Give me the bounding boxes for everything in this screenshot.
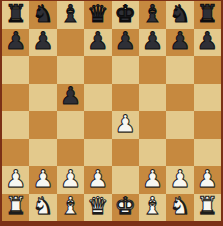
- white-pawn-icon: ♟: [5, 167, 27, 191]
- white-pawn-icon: ♟: [87, 167, 109, 191]
- square-e6[interactable]: [112, 56, 139, 84]
- white-pawn-icon: ♟: [114, 112, 136, 136]
- square-f7[interactable]: ♟: [139, 29, 166, 57]
- chess-board: ♜♞♝♛♚♝♞♜♟♟♟♟♟♟♟♟♟♟♟♟♟♟♟♟♜♞♝♛♚♝♞♜: [2, 1, 221, 221]
- square-e8[interactable]: ♚: [112, 1, 139, 29]
- white-knight-icon: ♞: [169, 194, 191, 218]
- white-rook-icon: ♜: [197, 194, 219, 218]
- square-c8[interactable]: ♝: [57, 1, 84, 29]
- square-c5[interactable]: ♟: [57, 84, 84, 112]
- square-g2[interactable]: ♟: [166, 166, 193, 194]
- white-queen-icon: ♛: [87, 194, 109, 218]
- black-bishop-icon: ♝: [142, 2, 164, 26]
- square-a5[interactable]: [2, 84, 29, 112]
- chess-app-window: ♜♞♝♛♚♝♞♜♟♟♟♟♟♟♟♟♟♟♟♟♟♟♟♟♜♞♝♛♚♝♞♜: [0, 0, 223, 226]
- square-h4[interactable]: [194, 111, 221, 139]
- square-b1[interactable]: ♞: [29, 194, 56, 222]
- square-e5[interactable]: [112, 84, 139, 112]
- square-d5[interactable]: [84, 84, 111, 112]
- black-pawn-icon: ♟: [169, 29, 191, 53]
- black-pawn-icon: ♟: [60, 84, 82, 108]
- square-a3[interactable]: [2, 139, 29, 167]
- square-g3[interactable]: [166, 139, 193, 167]
- black-pawn-icon: ♟: [142, 29, 164, 53]
- square-h8[interactable]: ♜: [194, 1, 221, 29]
- white-bishop-icon: ♝: [142, 194, 164, 218]
- square-b2[interactable]: ♟: [29, 166, 56, 194]
- black-pawn-icon: ♟: [32, 29, 54, 53]
- square-e2[interactable]: [112, 166, 139, 194]
- square-g7[interactable]: ♟: [166, 29, 193, 57]
- square-g1[interactable]: ♞: [166, 194, 193, 222]
- white-pawn-icon: ♟: [142, 167, 164, 191]
- white-pawn-icon: ♟: [60, 167, 82, 191]
- square-e7[interactable]: ♟: [112, 29, 139, 57]
- square-g6[interactable]: [166, 56, 193, 84]
- square-e4[interactable]: ♟: [112, 111, 139, 139]
- square-b8[interactable]: ♞: [29, 1, 56, 29]
- square-d7[interactable]: ♟: [84, 29, 111, 57]
- black-pawn-icon: ♟: [87, 29, 109, 53]
- square-f8[interactable]: ♝: [139, 1, 166, 29]
- square-f5[interactable]: [139, 84, 166, 112]
- square-g8[interactable]: ♞: [166, 1, 193, 29]
- square-e3[interactable]: [112, 139, 139, 167]
- square-d4[interactable]: [84, 111, 111, 139]
- square-d3[interactable]: [84, 139, 111, 167]
- square-b6[interactable]: [29, 56, 56, 84]
- black-pawn-icon: ♟: [197, 29, 219, 53]
- square-b3[interactable]: [29, 139, 56, 167]
- white-pawn-icon: ♟: [169, 167, 191, 191]
- square-c6[interactable]: [57, 56, 84, 84]
- square-h2[interactable]: ♟: [194, 166, 221, 194]
- square-g5[interactable]: [166, 84, 193, 112]
- square-f2[interactable]: ♟: [139, 166, 166, 194]
- square-d2[interactable]: ♟: [84, 166, 111, 194]
- square-g4[interactable]: [166, 111, 193, 139]
- square-b7[interactable]: ♟: [29, 29, 56, 57]
- square-d1[interactable]: ♛: [84, 194, 111, 222]
- square-a1[interactable]: ♜: [2, 194, 29, 222]
- black-knight-icon: ♞: [169, 2, 191, 26]
- square-c3[interactable]: [57, 139, 84, 167]
- square-h5[interactable]: [194, 84, 221, 112]
- black-bishop-icon: ♝: [60, 2, 82, 26]
- square-d6[interactable]: [84, 56, 111, 84]
- black-queen-icon: ♛: [87, 2, 109, 26]
- square-f3[interactable]: [139, 139, 166, 167]
- white-bishop-icon: ♝: [60, 194, 82, 218]
- square-a7[interactable]: ♟: [2, 29, 29, 57]
- black-king-icon: ♚: [114, 2, 136, 26]
- square-h3[interactable]: [194, 139, 221, 167]
- black-knight-icon: ♞: [32, 2, 54, 26]
- square-f6[interactable]: [139, 56, 166, 84]
- white-rook-icon: ♜: [5, 194, 27, 218]
- square-a4[interactable]: [2, 111, 29, 139]
- black-pawn-icon: ♟: [114, 29, 136, 53]
- square-c1[interactable]: ♝: [57, 194, 84, 222]
- black-rook-icon: ♜: [5, 2, 27, 26]
- square-d8[interactable]: ♛: [84, 1, 111, 29]
- square-b4[interactable]: [29, 111, 56, 139]
- white-king-icon: ♚: [114, 194, 136, 218]
- square-h1[interactable]: ♜: [194, 194, 221, 222]
- square-c2[interactable]: ♟: [57, 166, 84, 194]
- square-h7[interactable]: ♟: [194, 29, 221, 57]
- black-rook-icon: ♜: [197, 2, 219, 26]
- square-a2[interactable]: ♟: [2, 166, 29, 194]
- square-a8[interactable]: ♜: [2, 1, 29, 29]
- square-a6[interactable]: [2, 56, 29, 84]
- square-c4[interactable]: [57, 111, 84, 139]
- square-f1[interactable]: ♝: [139, 194, 166, 222]
- square-h6[interactable]: [194, 56, 221, 84]
- square-b5[interactable]: [29, 84, 56, 112]
- white-pawn-icon: ♟: [197, 167, 219, 191]
- square-c7[interactable]: [57, 29, 84, 57]
- white-knight-icon: ♞: [32, 194, 54, 218]
- square-e1[interactable]: ♚: [112, 194, 139, 222]
- square-f4[interactable]: [139, 111, 166, 139]
- white-pawn-icon: ♟: [32, 167, 54, 191]
- black-pawn-icon: ♟: [5, 29, 27, 53]
